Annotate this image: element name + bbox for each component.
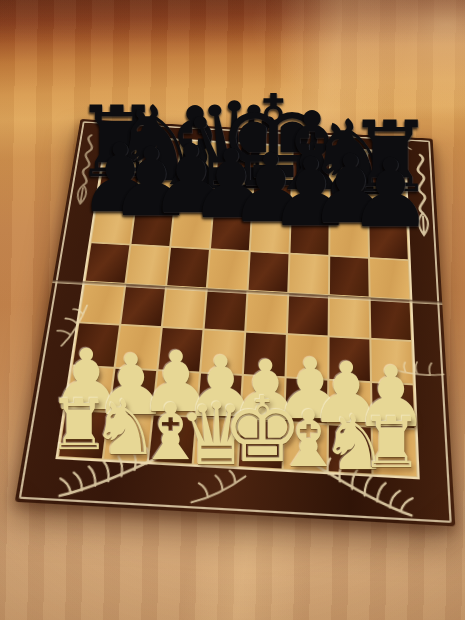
square-g5[interactable]	[330, 257, 369, 297]
inlay-sprig-bottom-icon	[183, 467, 254, 509]
square-d3[interactable]	[201, 330, 244, 373]
board-field-frame	[55, 135, 419, 480]
square-d6[interactable]	[211, 213, 251, 251]
square-a7[interactable]	[97, 171, 138, 207]
square-f4[interactable]	[288, 294, 328, 335]
chess-board	[15, 119, 456, 526]
square-c1[interactable]	[149, 416, 195, 464]
square-e4[interactable]	[246, 291, 287, 332]
square-d2[interactable]	[198, 373, 242, 418]
square-b1[interactable]	[104, 413, 151, 461]
square-b6[interactable]	[131, 209, 173, 247]
square-e5[interactable]	[249, 252, 289, 292]
square-d8[interactable]	[217, 143, 255, 178]
square-b2[interactable]	[110, 368, 156, 413]
inlay-scroll-right-icon	[408, 150, 437, 244]
chessboard-photo: ♜♞♝♛♚♝♞♜♟♟♟♟♟♟♟♟♟♟♟♟♟♟♟♟♜♞♝♛♚♝♞♜	[0, 0, 465, 620]
square-g6[interactable]	[330, 219, 368, 257]
square-d5[interactable]	[208, 250, 249, 289]
square-c2[interactable]	[154, 371, 199, 416]
square-g3[interactable]	[329, 337, 370, 381]
square-e8[interactable]	[255, 145, 292, 180]
square-e1[interactable]	[239, 421, 283, 469]
square-a5[interactable]	[86, 243, 130, 282]
square-c6[interactable]	[171, 211, 212, 249]
square-e6[interactable]	[251, 215, 290, 253]
square-a4[interactable]	[80, 282, 125, 323]
square-b8[interactable]	[141, 139, 181, 174]
square-h3[interactable]	[371, 339, 412, 383]
square-f2[interactable]	[285, 378, 327, 424]
square-g1[interactable]	[329, 426, 372, 474]
square-f3[interactable]	[287, 335, 328, 378]
square-g4[interactable]	[330, 296, 370, 338]
square-h8[interactable]	[368, 151, 405, 186]
square-c5[interactable]	[167, 248, 209, 287]
square-f5[interactable]	[289, 255, 328, 295]
square-h1[interactable]	[373, 428, 416, 476]
square-f8[interactable]	[293, 147, 329, 182]
square-f1[interactable]	[284, 423, 327, 471]
square-c8[interactable]	[179, 141, 218, 176]
square-g7[interactable]	[330, 184, 367, 220]
square-c7[interactable]	[175, 175, 215, 211]
square-g8[interactable]	[331, 149, 367, 184]
square-b5[interactable]	[127, 246, 170, 285]
square-f7[interactable]	[292, 181, 329, 217]
square-h7[interactable]	[369, 186, 407, 222]
square-h4[interactable]	[371, 298, 411, 340]
square-a8[interactable]	[103, 137, 143, 171]
square-h6[interactable]	[369, 222, 407, 260]
square-e7[interactable]	[253, 179, 291, 215]
square-c3[interactable]	[159, 328, 203, 371]
square-e2[interactable]	[241, 375, 284, 421]
square-b4[interactable]	[121, 285, 165, 326]
square-c4[interactable]	[163, 287, 206, 328]
square-a3[interactable]	[73, 323, 119, 366]
board-grid	[58, 136, 418, 477]
square-d1[interactable]	[194, 418, 239, 466]
square-h2[interactable]	[372, 383, 414, 429]
square-b7[interactable]	[136, 173, 177, 209]
square-e3[interactable]	[244, 332, 286, 375]
square-h5[interactable]	[370, 259, 409, 299]
square-a2[interactable]	[66, 366, 113, 411]
square-b3[interactable]	[116, 325, 161, 368]
square-a1[interactable]	[59, 411, 108, 459]
square-g2[interactable]	[329, 380, 371, 426]
square-d4[interactable]	[205, 289, 247, 330]
square-a6[interactable]	[92, 206, 134, 244]
scene: ♜♞♝♛♚♝♞♜♟♟♟♟♟♟♟♟♟♟♟♟♟♟♟♟♜♞♝♛♚♝♞♜	[0, 0, 465, 620]
square-f6[interactable]	[290, 217, 328, 255]
square-d7[interactable]	[214, 177, 253, 213]
